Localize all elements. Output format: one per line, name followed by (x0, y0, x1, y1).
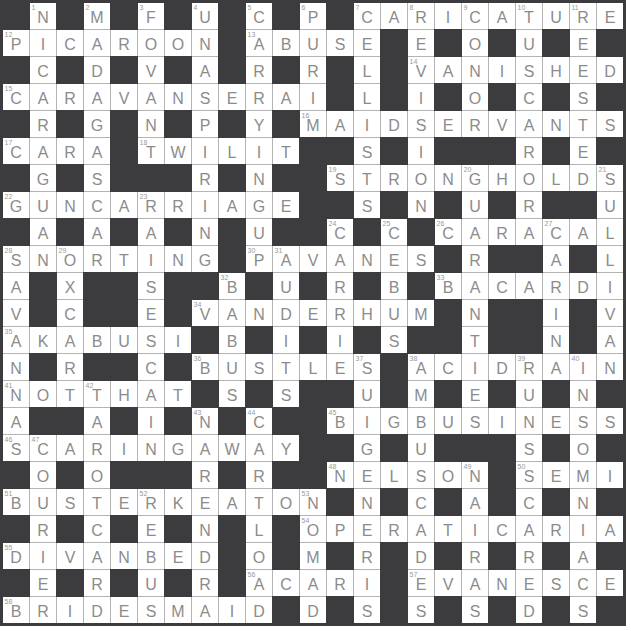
cell-9-10[interactable]: 31A (273, 246, 299, 272)
cell-13-0[interactable]: N (3, 354, 29, 380)
cell-16-19[interactable]: S (516, 435, 542, 461)
cell-15-17[interactable]: S (462, 408, 488, 434)
cell-21-13[interactable]: I (354, 570, 380, 596)
cell-15-3[interactable]: A (84, 408, 110, 434)
cell-2-3[interactable]: D (84, 57, 110, 83)
cell-12-17[interactable]: T (462, 327, 488, 353)
cell-20-7[interactable]: D (192, 543, 218, 569)
cell-22-7[interactable]: A (192, 597, 218, 623)
cell-18-17[interactable]: A (462, 489, 488, 515)
cell-9-12[interactable]: A (327, 246, 353, 272)
cell-17-9[interactable]: R (246, 462, 272, 488)
cell-19-14[interactable]: R (381, 516, 407, 542)
cell-17-21[interactable]: M (570, 462, 596, 488)
cell-19-11[interactable]: 54O (300, 516, 326, 542)
cell-17-12[interactable]: 48N (327, 462, 353, 488)
cell-21-10[interactable]: C (273, 570, 299, 596)
cell-4-13[interactable]: I (354, 111, 380, 137)
cell-16-7[interactable]: A (192, 435, 218, 461)
cell-22-2[interactable]: I (57, 597, 83, 623)
cell-22-13[interactable]: S (354, 597, 380, 623)
cell-20-6[interactable]: E (165, 543, 191, 569)
cell-4-12[interactable]: A (327, 111, 353, 137)
cell-11-15[interactable]: M (408, 300, 434, 326)
cell-19-16[interactable]: T (435, 516, 461, 542)
cell-7-1[interactable]: U (30, 192, 56, 218)
cell-19-19[interactable]: A (516, 516, 542, 542)
cell-20-19[interactable]: R (516, 543, 542, 569)
cell-21-5[interactable]: U (138, 570, 164, 596)
cell-0-1[interactable]: 1N (30, 3, 56, 29)
cell-20-4[interactable]: N (111, 543, 137, 569)
cell-4-20[interactable]: N (543, 111, 569, 137)
cell-21-22[interactable]: E (597, 570, 623, 596)
cell-12-10[interactable]: I (273, 327, 299, 353)
cell-6-19[interactable]: O (516, 165, 542, 191)
cell-7-6[interactable]: R (165, 192, 191, 218)
cell-6-17[interactable]: 20G (462, 165, 488, 191)
cell-6-12[interactable]: 19S (327, 165, 353, 191)
cell-12-8[interactable]: B (219, 327, 245, 353)
cell-21-19[interactable]: E (516, 570, 542, 596)
cell-6-22[interactable]: 21S (597, 165, 623, 191)
cell-18-4[interactable]: E (111, 489, 137, 515)
cell-13-18[interactable]: D (489, 354, 515, 380)
cell-13-21[interactable]: 40I (570, 354, 596, 380)
cell-0-21[interactable]: 11R (570, 3, 596, 29)
cell-16-13[interactable]: G (354, 435, 380, 461)
cell-22-1[interactable]: R (30, 597, 56, 623)
cell-14-13[interactable]: U (354, 381, 380, 407)
cell-5-19[interactable]: R (516, 138, 542, 164)
cell-15-20[interactable]: E (543, 408, 569, 434)
cell-8-9[interactable]: U (246, 219, 272, 245)
cell-3-15[interactable]: I (408, 84, 434, 110)
cell-12-22[interactable]: A (597, 327, 623, 353)
cell-13-19[interactable]: 39R (516, 354, 542, 380)
cell-0-9[interactable]: 5C (246, 3, 272, 29)
cell-2-22[interactable]: D (597, 57, 623, 83)
cell-14-2[interactable]: T (57, 381, 83, 407)
cell-14-5[interactable]: A (138, 381, 164, 407)
cell-10-17[interactable]: A (462, 273, 488, 299)
cell-2-11[interactable]: R (300, 57, 326, 83)
cell-8-5[interactable]: A (138, 219, 164, 245)
cell-7-17[interactable]: U (462, 192, 488, 218)
cell-11-10[interactable]: D (273, 300, 299, 326)
cell-9-7[interactable]: G (192, 246, 218, 272)
cell-16-8[interactable]: W (219, 435, 245, 461)
cell-3-9[interactable]: R (246, 84, 272, 110)
cell-18-2[interactable]: S (57, 489, 83, 515)
cell-15-9[interactable]: 44C (246, 408, 272, 434)
cell-22-4[interactable]: E (111, 597, 137, 623)
cell-5-0[interactable]: 17C (3, 138, 29, 164)
cell-14-1[interactable]: O (30, 381, 56, 407)
cell-21-16[interactable]: V (435, 570, 461, 596)
cell-7-7[interactable]: I (192, 192, 218, 218)
cell-1-3[interactable]: A (84, 30, 110, 56)
cell-11-12[interactable]: R (327, 300, 353, 326)
cell-15-13[interactable]: I (354, 408, 380, 434)
cell-6-13[interactable]: T (354, 165, 380, 191)
cell-21-1[interactable]: E (30, 570, 56, 596)
cell-12-0[interactable]: 35A (3, 327, 29, 353)
cell-1-12[interactable]: S (327, 30, 353, 56)
cell-14-19[interactable]: U (516, 381, 542, 407)
cell-9-4[interactable]: T (111, 246, 137, 272)
cell-7-9[interactable]: G (246, 192, 272, 218)
cell-22-17[interactable]: S (462, 597, 488, 623)
cell-2-5[interactable]: V (138, 57, 164, 83)
cell-7-5[interactable]: 23R (138, 192, 164, 218)
cell-22-15[interactable]: S (408, 597, 434, 623)
cell-14-21[interactable]: N (570, 381, 596, 407)
cell-0-3[interactable]: 2M (84, 3, 110, 29)
cell-19-18[interactable]: C (489, 516, 515, 542)
cell-6-16[interactable]: N (435, 165, 461, 191)
cell-19-20[interactable]: R (543, 516, 569, 542)
cell-6-21[interactable]: D (570, 165, 596, 191)
cell-13-7[interactable]: 36B (192, 354, 218, 380)
cell-18-13[interactable]: N (354, 489, 380, 515)
cell-5-7[interactable]: I (192, 138, 218, 164)
cell-1-9[interactable]: 13A (246, 30, 272, 56)
cell-14-10[interactable]: S (273, 381, 299, 407)
cell-0-13[interactable]: 7C (354, 3, 380, 29)
cell-11-17[interactable]: N (462, 300, 488, 326)
cell-13-17[interactable]: I (462, 354, 488, 380)
cell-13-15[interactable]: 38A (408, 354, 434, 380)
cell-11-5[interactable]: E (138, 300, 164, 326)
cell-7-15[interactable]: N (408, 192, 434, 218)
cell-8-16[interactable]: 26C (435, 219, 461, 245)
cell-11-8[interactable]: A (219, 300, 245, 326)
cell-19-12[interactable]: P (327, 516, 353, 542)
cell-7-8[interactable]: A (219, 192, 245, 218)
cell-12-4[interactable]: U (111, 327, 137, 353)
cell-5-8[interactable]: L (219, 138, 245, 164)
cell-2-21[interactable]: E (570, 57, 596, 83)
cell-5-1[interactable]: A (30, 138, 56, 164)
cell-8-21[interactable]: A (570, 219, 596, 245)
cell-19-3[interactable]: C (84, 516, 110, 542)
cell-5-9[interactable]: I (246, 138, 272, 164)
cell-6-15[interactable]: O (408, 165, 434, 191)
cell-5-15[interactable]: I (408, 138, 434, 164)
cell-3-11[interactable]: I (300, 84, 326, 110)
cell-21-7[interactable]: R (192, 570, 218, 596)
cell-8-14[interactable]: 25C (381, 219, 407, 245)
cell-11-7[interactable]: 34V (192, 300, 218, 326)
cell-2-16[interactable]: A (435, 57, 461, 83)
cell-15-19[interactable]: N (516, 408, 542, 434)
cell-3-5[interactable]: A (138, 84, 164, 110)
cell-9-20[interactable]: A (543, 246, 569, 272)
cell-15-0[interactable]: A (3, 408, 29, 434)
cell-17-7[interactable]: R (192, 462, 218, 488)
cell-17-15[interactable]: S (408, 462, 434, 488)
cell-18-11[interactable]: 53N (300, 489, 326, 515)
cell-11-2[interactable]: C (57, 300, 83, 326)
cell-9-3[interactable]: R (84, 246, 110, 272)
cell-19-5[interactable]: E (138, 516, 164, 542)
cell-17-1[interactable]: O (30, 462, 56, 488)
cell-10-19[interactable]: A (516, 273, 542, 299)
cell-9-9[interactable]: 30P (246, 246, 272, 272)
cell-1-7[interactable]: N (192, 30, 218, 56)
cell-17-19[interactable]: 50S (516, 462, 542, 488)
cell-6-18[interactable]: H (489, 165, 515, 191)
cell-4-15[interactable]: S (408, 111, 434, 137)
cell-3-17[interactable]: O (462, 84, 488, 110)
cell-19-9[interactable]: L (246, 516, 272, 542)
cell-17-13[interactable]: E (354, 462, 380, 488)
cell-19-15[interactable]: A (408, 516, 434, 542)
cell-21-9[interactable]: 56A (246, 570, 272, 596)
cell-17-22[interactable]: I (597, 462, 623, 488)
cell-2-13[interactable]: L (354, 57, 380, 83)
cell-22-21[interactable]: S (570, 597, 596, 623)
cell-0-11[interactable]: 6P (300, 3, 326, 29)
cell-14-3[interactable]: 42T (84, 381, 110, 407)
cell-1-13[interactable]: E (354, 30, 380, 56)
cell-4-7[interactable]: P (192, 111, 218, 137)
cell-16-10[interactable]: Y (273, 435, 299, 461)
cell-6-14[interactable]: R (381, 165, 407, 191)
cell-10-16[interactable]: 33B (435, 273, 461, 299)
cell-4-5[interactable]: N (138, 111, 164, 137)
cell-9-2[interactable]: 29O (57, 246, 83, 272)
cell-9-1[interactable]: N (30, 246, 56, 272)
cell-3-13[interactable]: L (354, 84, 380, 110)
cell-22-5[interactable]: S (138, 597, 164, 623)
cell-8-1[interactable]: A (30, 219, 56, 245)
cell-3-0[interactable]: 15C (3, 84, 29, 110)
cell-1-10[interactable]: B (273, 30, 299, 56)
cell-13-16[interactable]: C (435, 354, 461, 380)
cell-0-5[interactable]: 3F (138, 3, 164, 29)
cell-13-8[interactable]: U (219, 354, 245, 380)
cell-11-13[interactable]: H (354, 300, 380, 326)
cell-1-21[interactable]: E (570, 30, 596, 56)
cell-18-0[interactable]: 51B (3, 489, 29, 515)
cell-16-21[interactable]: O (570, 435, 596, 461)
cell-22-3[interactable]: D (84, 597, 110, 623)
cell-13-5[interactable]: C (138, 354, 164, 380)
cell-4-9[interactable]: Y (246, 111, 272, 137)
cell-10-22[interactable]: I (597, 273, 623, 299)
cell-12-6[interactable]: I (165, 327, 191, 353)
cell-1-1[interactable]: I (30, 30, 56, 56)
cell-18-6[interactable]: K (165, 489, 191, 515)
cell-17-17[interactable]: 49N (462, 462, 488, 488)
cell-10-14[interactable]: B (381, 273, 407, 299)
cell-16-1[interactable]: 47C (30, 435, 56, 461)
cell-0-14[interactable]: A (381, 3, 407, 29)
cell-11-22[interactable]: V (597, 300, 623, 326)
cell-8-7[interactable]: N (192, 219, 218, 245)
cell-6-7[interactable]: R (192, 165, 218, 191)
cell-4-1[interactable]: R (30, 111, 56, 137)
cell-4-21[interactable]: T (570, 111, 596, 137)
cell-19-17[interactable]: I (462, 516, 488, 542)
cell-21-15[interactable]: 57E (408, 570, 434, 596)
cell-12-1[interactable]: K (30, 327, 56, 353)
cell-1-0[interactable]: 12P (3, 30, 29, 56)
cell-3-1[interactable]: A (30, 84, 56, 110)
cell-22-8[interactable]: I (219, 597, 245, 623)
cell-17-16[interactable]: O (435, 462, 461, 488)
cell-20-0[interactable]: 55D (3, 543, 29, 569)
cell-14-4[interactable]: H (111, 381, 137, 407)
cell-22-0[interactable]: 58B (3, 597, 29, 623)
cell-15-22[interactable]: S (597, 408, 623, 434)
cell-21-18[interactable]: N (489, 570, 515, 596)
cell-4-11[interactable]: 16M (300, 111, 326, 137)
cell-3-10[interactable]: A (273, 84, 299, 110)
cell-18-9[interactable]: T (246, 489, 272, 515)
cell-16-5[interactable]: N (138, 435, 164, 461)
cell-1-4[interactable]: R (111, 30, 137, 56)
cell-7-3[interactable]: C (84, 192, 110, 218)
cell-19-7[interactable]: N (192, 516, 218, 542)
cell-2-15[interactable]: 14V (408, 57, 434, 83)
cell-1-5[interactable]: O (138, 30, 164, 56)
cell-10-12[interactable]: R (327, 273, 353, 299)
cell-11-20[interactable]: I (543, 300, 569, 326)
cell-0-15[interactable]: 8R (408, 3, 434, 29)
cell-15-12[interactable]: 45B (327, 408, 353, 434)
cell-9-22[interactable]: L (597, 246, 623, 272)
cell-21-21[interactable]: C (570, 570, 596, 596)
cell-22-9[interactable]: D (246, 597, 272, 623)
cell-5-2[interactable]: R (57, 138, 83, 164)
cell-18-7[interactable]: E (192, 489, 218, 515)
cell-17-3[interactable]: O (84, 462, 110, 488)
cell-1-17[interactable]: O (462, 30, 488, 56)
cell-13-10[interactable]: T (273, 354, 299, 380)
cell-13-20[interactable]: A (543, 354, 569, 380)
cell-13-12[interactable]: E (327, 354, 353, 380)
cell-20-13[interactable]: R (354, 543, 380, 569)
cell-5-21[interactable]: E (570, 138, 596, 164)
cell-10-0[interactable]: A (3, 273, 29, 299)
cell-9-14[interactable]: E (381, 246, 407, 272)
cell-9-11[interactable]: V (300, 246, 326, 272)
cell-3-6[interactable]: N (165, 84, 191, 110)
cell-19-13[interactable]: E (354, 516, 380, 542)
cell-20-3[interactable]: A (84, 543, 110, 569)
cell-12-3[interactable]: B (84, 327, 110, 353)
cell-20-5[interactable]: B (138, 543, 164, 569)
cell-18-3[interactable]: T (84, 489, 110, 515)
cell-17-20[interactable]: E (543, 462, 569, 488)
cell-14-15[interactable]: M (408, 381, 434, 407)
cell-20-9[interactable]: O (246, 543, 272, 569)
cell-6-1[interactable]: G (30, 165, 56, 191)
cell-11-9[interactable]: N (246, 300, 272, 326)
cell-0-16[interactable]: I (435, 3, 461, 29)
cell-10-5[interactable]: S (138, 273, 164, 299)
cell-21-17[interactable]: A (462, 570, 488, 596)
cell-3-2[interactable]: R (57, 84, 83, 110)
cell-18-5[interactable]: 52R (138, 489, 164, 515)
cell-10-8[interactable]: 32B (219, 273, 245, 299)
cell-5-5[interactable]: 18T (138, 138, 164, 164)
cell-14-17[interactable]: E (462, 381, 488, 407)
cell-0-18[interactable]: A (489, 3, 515, 29)
cell-9-0[interactable]: 28S (3, 246, 29, 272)
cell-7-13[interactable]: S (354, 192, 380, 218)
cell-20-1[interactable]: I (30, 543, 56, 569)
cell-13-13[interactable]: 37S (354, 354, 380, 380)
cell-1-2[interactable]: C (57, 30, 83, 56)
cell-1-15[interactable]: E (408, 30, 434, 56)
cell-20-2[interactable]: V (57, 543, 83, 569)
cell-10-21[interactable]: D (570, 273, 596, 299)
cell-10-10[interactable]: U (273, 273, 299, 299)
cell-12-2[interactable]: A (57, 327, 83, 353)
cell-4-17[interactable]: R (462, 111, 488, 137)
cell-14-8[interactable]: S (219, 381, 245, 407)
cell-17-14[interactable]: L (381, 462, 407, 488)
cell-21-3[interactable]: R (84, 570, 110, 596)
cell-16-2[interactable]: A (57, 435, 83, 461)
cell-3-21[interactable]: S (570, 84, 596, 110)
cell-13-2[interactable]: R (57, 354, 83, 380)
cell-11-11[interactable]: E (300, 300, 326, 326)
cell-15-15[interactable]: B (408, 408, 434, 434)
cell-9-5[interactable]: I (138, 246, 164, 272)
cell-11-0[interactable]: V (3, 300, 29, 326)
cell-7-2[interactable]: N (57, 192, 83, 218)
cell-2-1[interactable]: C (30, 57, 56, 83)
cell-13-22[interactable]: N (597, 354, 623, 380)
cell-6-3[interactable]: S (84, 165, 110, 191)
cell-19-22[interactable]: A (597, 516, 623, 542)
cell-8-22[interactable]: L (597, 219, 623, 245)
cell-8-20[interactable]: 27C (543, 219, 569, 245)
cell-3-3[interactable]: A (84, 84, 110, 110)
cell-6-20[interactable]: L (543, 165, 569, 191)
cell-3-19[interactable]: C (516, 84, 542, 110)
cell-7-19[interactable]: R (516, 192, 542, 218)
cell-1-19[interactable]: U (516, 30, 542, 56)
cell-16-3[interactable]: R (84, 435, 110, 461)
cell-7-0[interactable]: 22G (3, 192, 29, 218)
cell-4-18[interactable]: V (489, 111, 515, 137)
cell-8-18[interactable]: R (489, 219, 515, 245)
cell-20-11[interactable]: M (300, 543, 326, 569)
cell-6-9[interactable]: N (246, 165, 272, 191)
cell-5-6[interactable]: W (165, 138, 191, 164)
cell-15-14[interactable]: G (381, 408, 407, 434)
cell-13-11[interactable]: L (300, 354, 326, 380)
cell-21-20[interactable]: S (543, 570, 569, 596)
cell-22-11[interactable]: D (300, 597, 326, 623)
cell-16-9[interactable]: A (246, 435, 272, 461)
cell-2-7[interactable]: A (192, 57, 218, 83)
cell-15-5[interactable]: I (138, 408, 164, 434)
cell-4-14[interactable]: D (381, 111, 407, 137)
cell-5-13[interactable]: S (354, 138, 380, 164)
cell-15-21[interactable]: S (570, 408, 596, 434)
cell-12-5[interactable]: S (138, 327, 164, 353)
cell-0-22[interactable]: E (597, 3, 623, 29)
cell-18-1[interactable]: U (30, 489, 56, 515)
cell-14-0[interactable]: 41N (3, 381, 29, 407)
